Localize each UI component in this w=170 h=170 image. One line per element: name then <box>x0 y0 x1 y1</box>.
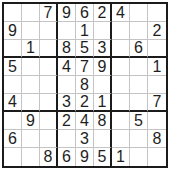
sudoku-cell-empty[interactable] <box>22 4 40 22</box>
sudoku-cell-empty[interactable] <box>130 76 148 94</box>
sudoku-cell-empty[interactable] <box>40 130 58 148</box>
sudoku-cell-empty[interactable] <box>4 112 22 130</box>
sudoku-cell-given[interactable]: 6 <box>58 148 76 166</box>
sudoku-cell-empty[interactable] <box>148 112 166 130</box>
sudoku-cell-empty[interactable] <box>112 40 130 58</box>
sudoku-cell-empty[interactable] <box>130 58 148 76</box>
sudoku-cell-empty[interactable] <box>40 94 58 112</box>
sudoku-cell-empty[interactable] <box>112 22 130 40</box>
sudoku-cell-given[interactable]: 1 <box>76 22 94 40</box>
sudoku-cell-given[interactable]: 2 <box>58 112 76 130</box>
sudoku-cell-empty[interactable] <box>40 58 58 76</box>
sudoku-cell-given[interactable]: 6 <box>130 40 148 58</box>
sudoku-cell-given[interactable]: 3 <box>58 94 76 112</box>
sudoku-cell-empty[interactable] <box>94 22 112 40</box>
sudoku-cell-given[interactable]: 9 <box>94 58 112 76</box>
sudoku-cell-given[interactable]: 5 <box>94 148 112 166</box>
sudoku-cell-given[interactable]: 9 <box>4 22 22 40</box>
sudoku-cell-empty[interactable] <box>130 94 148 112</box>
sudoku-cell-given[interactable]: 6 <box>4 130 22 148</box>
sudoku-cell-given[interactable]: 9 <box>22 112 40 130</box>
sudoku-cell-empty[interactable] <box>4 148 22 166</box>
sudoku-cell-empty[interactable] <box>58 76 76 94</box>
sudoku-cell-empty[interactable] <box>130 22 148 40</box>
sudoku-cell-given[interactable]: 5 <box>130 112 148 130</box>
sudoku-cell-given[interactable]: 3 <box>76 130 94 148</box>
sudoku-cell-empty[interactable] <box>40 112 58 130</box>
sudoku-cell-empty[interactable] <box>148 40 166 58</box>
sudoku-cell-given[interactable]: 8 <box>40 148 58 166</box>
sudoku-cell-given[interactable]: 1 <box>112 148 130 166</box>
sudoku-cell-given[interactable]: 1 <box>94 94 112 112</box>
sudoku-cell-empty[interactable] <box>22 130 40 148</box>
sudoku-cell-empty[interactable] <box>22 148 40 166</box>
sudoku-cell-empty[interactable] <box>4 76 22 94</box>
sudoku-cell-empty[interactable] <box>40 40 58 58</box>
sudoku-cell-given[interactable]: 7 <box>76 58 94 76</box>
sudoku-cell-given[interactable]: 2 <box>94 4 112 22</box>
sudoku-cell-given[interactable]: 2 <box>148 22 166 40</box>
sudoku-cell-empty[interactable] <box>148 148 166 166</box>
sudoku-cell-given[interactable]: 9 <box>76 148 94 166</box>
sudoku-cell-empty[interactable] <box>22 76 40 94</box>
sudoku-cell-given[interactable]: 5 <box>76 40 94 58</box>
sudoku-cell-given[interactable]: 4 <box>58 58 76 76</box>
sudoku-cell-given[interactable]: 8 <box>148 130 166 148</box>
sudoku-cell-empty[interactable] <box>94 76 112 94</box>
sudoku-cell-given[interactable]: 1 <box>22 40 40 58</box>
sudoku-cell-empty[interactable] <box>22 22 40 40</box>
sudoku-cell-empty[interactable] <box>58 130 76 148</box>
sudoku-cell-given[interactable]: 8 <box>58 40 76 58</box>
sudoku-cell-given[interactable]: 7 <box>40 4 58 22</box>
sudoku-cell-empty[interactable] <box>40 76 58 94</box>
sudoku-cell-given[interactable]: 1 <box>148 58 166 76</box>
sudoku-cell-empty[interactable] <box>112 94 130 112</box>
sudoku-cell-given[interactable]: 3 <box>94 40 112 58</box>
sudoku-cell-empty[interactable] <box>40 22 58 40</box>
sudoku-cell-given[interactable]: 7 <box>148 94 166 112</box>
sudoku-cell-empty[interactable] <box>130 4 148 22</box>
sudoku-cell-empty[interactable] <box>94 130 112 148</box>
sudoku-cell-given[interactable]: 9 <box>58 4 76 22</box>
sudoku-cell-given[interactable]: 8 <box>94 112 112 130</box>
sudoku-cell-given[interactable]: 5 <box>4 58 22 76</box>
sudoku-cell-empty[interactable] <box>22 94 40 112</box>
sudoku-cell-given[interactable]: 8 <box>76 76 94 94</box>
sudoku-cell-given[interactable]: 6 <box>76 4 94 22</box>
sudoku-cell-empty[interactable] <box>130 130 148 148</box>
sudoku-cell-empty[interactable] <box>148 4 166 22</box>
sudoku-cell-given[interactable]: 4 <box>76 112 94 130</box>
sudoku-cell-empty[interactable] <box>4 40 22 58</box>
sudoku-cell-given[interactable]: 2 <box>76 94 94 112</box>
sudoku-cell-given[interactable]: 4 <box>112 4 130 22</box>
sudoku-cell-empty[interactable] <box>130 148 148 166</box>
sudoku-cell-empty[interactable] <box>58 22 76 40</box>
sudoku-board: 7962491218536547918432179248563886951 <box>2 2 168 168</box>
sudoku-cell-empty[interactable] <box>112 76 130 94</box>
sudoku-cell-empty[interactable] <box>22 58 40 76</box>
sudoku-cell-empty[interactable] <box>4 4 22 22</box>
sudoku-cell-empty[interactable] <box>148 76 166 94</box>
sudoku-cell-given[interactable]: 4 <box>4 94 22 112</box>
sudoku-cell-empty[interactable] <box>112 130 130 148</box>
sudoku-cell-empty[interactable] <box>112 112 130 130</box>
sudoku-cell-empty[interactable] <box>112 58 130 76</box>
